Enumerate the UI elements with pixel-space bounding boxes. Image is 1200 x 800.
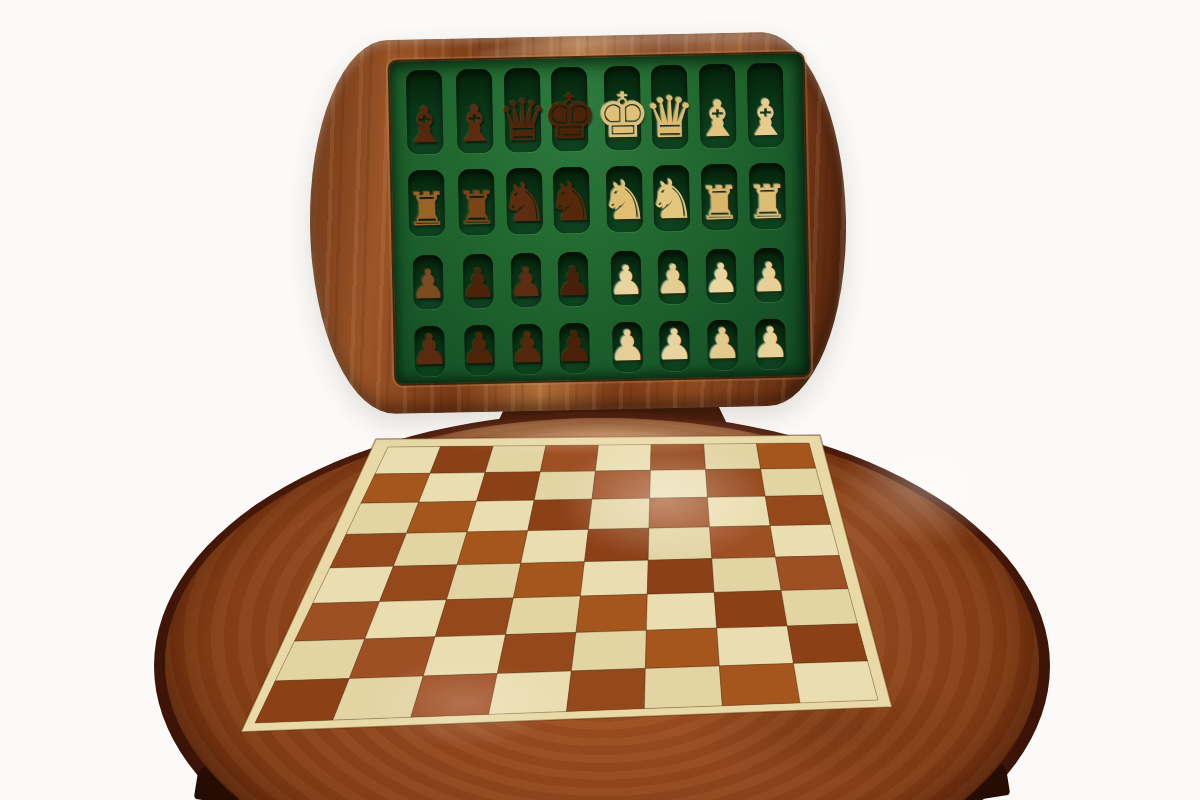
- board-square[interactable]: [485, 446, 546, 473]
- piece-storage-box: ♝♝♛♚♚♛♝♝♜♜♞♞♞♞♜♜♟♟♟♟♟♟♟♟♟♟♟♟♟♟♟♟: [306, 30, 850, 415]
- board-square[interactable]: [506, 596, 581, 635]
- board-square[interactable]: [567, 668, 646, 711]
- board-square[interactable]: [648, 527, 712, 560]
- chess-piece-light-pawn[interactable]: ♟: [701, 323, 744, 366]
- chess-piece-dark-pawn[interactable]: ♟: [458, 263, 499, 304]
- board-square[interactable]: [592, 470, 651, 499]
- board-square[interactable]: [770, 524, 839, 557]
- board-square[interactable]: [645, 628, 719, 668]
- chess-piece-dark-pawn[interactable]: ♟: [458, 328, 501, 371]
- board-square[interactable]: [585, 528, 650, 562]
- chess-piece-light-pawn[interactable]: ♟: [701, 258, 742, 299]
- board-square[interactable]: [467, 500, 534, 532]
- chess-piece-dark-rook[interactable]: ♜: [403, 185, 450, 232]
- chess-piece-light-rook[interactable]: ♜: [696, 179, 743, 226]
- board-square[interactable]: [776, 556, 849, 591]
- chess-piece-light-pawn[interactable]: ♟: [749, 257, 790, 298]
- board-square[interactable]: [521, 529, 589, 563]
- board-square[interactable]: [710, 526, 776, 559]
- piece-tray-felt: ♝♝♛♚♚♛♝♝♜♜♞♞♞♞♜♜♟♟♟♟♟♟♟♟♟♟♟♟♟♟♟♟: [390, 53, 810, 384]
- board-square[interactable]: [447, 563, 521, 600]
- board-square[interactable]: [477, 472, 541, 501]
- board-square[interactable]: [571, 630, 646, 671]
- chess-piece-dark-pawn[interactable]: ♟: [553, 326, 596, 369]
- board-square[interactable]: [407, 501, 477, 533]
- board-square[interactable]: [781, 589, 857, 626]
- chess-piece-dark-pawn[interactable]: ♟: [408, 264, 449, 305]
- chess-piece-light-bishop[interactable]: ♝: [740, 93, 791, 144]
- chess-piece-light-queen[interactable]: ♛: [641, 88, 699, 146]
- board-square[interactable]: [580, 560, 648, 596]
- board-square[interactable]: [717, 626, 794, 666]
- board-square[interactable]: [647, 559, 714, 595]
- board-square[interactable]: [595, 445, 651, 472]
- board-square[interactable]: [651, 444, 706, 470]
- board-square[interactable]: [528, 499, 592, 531]
- board-square[interactable]: [794, 661, 879, 703]
- board-square[interactable]: [708, 496, 771, 527]
- board-square[interactable]: [719, 663, 800, 705]
- board-square[interactable]: [787, 624, 867, 664]
- board-square[interactable]: [419, 473, 486, 503]
- board-square[interactable]: [714, 591, 787, 629]
- board-square[interactable]: [534, 471, 595, 500]
- board-square[interactable]: [588, 498, 649, 529]
- chess-piece-dark-pawn[interactable]: ♟: [506, 327, 549, 370]
- chess-piece-light-knight[interactable]: ♞: [644, 173, 699, 228]
- chess-piece-light-rook[interactable]: ♜: [744, 178, 791, 225]
- board-square[interactable]: [423, 635, 505, 676]
- board-square[interactable]: [649, 497, 710, 528]
- board-square[interactable]: [650, 470, 708, 499]
- chess-piece-dark-pawn[interactable]: ♟: [553, 261, 594, 302]
- board-square[interactable]: [497, 633, 576, 674]
- board-square[interactable]: [644, 666, 722, 709]
- board-square[interactable]: [457, 531, 528, 565]
- board-square[interactable]: [761, 468, 823, 496]
- chess-piece-light-bishop[interactable]: ♝: [692, 94, 743, 145]
- chess-piece-light-pawn[interactable]: ♟: [606, 260, 647, 301]
- board-square[interactable]: [756, 443, 815, 469]
- board-square[interactable]: [765, 495, 831, 525]
- board-square[interactable]: [435, 598, 513, 637]
- board-square[interactable]: [430, 446, 493, 473]
- chess-piece-light-pawn[interactable]: ♟: [653, 259, 694, 300]
- board-square[interactable]: [712, 557, 781, 592]
- chess-piece-dark-bishop[interactable]: ♝: [399, 100, 450, 151]
- chess-piece-dark-rook[interactable]: ♜: [453, 184, 500, 231]
- chess-set-photo: ♝♝♛♚♚♛♝♝♜♜♞♞♞♞♜♜♟♟♟♟♟♟♟♟♟♟♟♟♟♟♟♟: [0, 0, 1200, 800]
- chess-piece-light-pawn[interactable]: ♟: [653, 324, 696, 367]
- chess-piece-dark-pawn[interactable]: ♟: [506, 262, 547, 303]
- board-square[interactable]: [646, 592, 716, 630]
- board-square[interactable]: [513, 562, 584, 598]
- board-square[interactable]: [576, 594, 647, 632]
- chess-piece-dark-bishop[interactable]: ♝: [449, 99, 500, 150]
- chess-piece-dark-knight[interactable]: ♞: [544, 175, 599, 230]
- board-square[interactable]: [704, 444, 761, 470]
- chess-piece-light-pawn[interactable]: ♟: [749, 322, 792, 365]
- board-square[interactable]: [489, 671, 572, 714]
- board-square[interactable]: [540, 445, 598, 472]
- chess-piece-light-pawn[interactable]: ♟: [606, 325, 649, 368]
- board-square[interactable]: [706, 469, 766, 497]
- chess-piece-dark-pawn[interactable]: ♟: [408, 329, 451, 372]
- board-square[interactable]: [411, 674, 498, 718]
